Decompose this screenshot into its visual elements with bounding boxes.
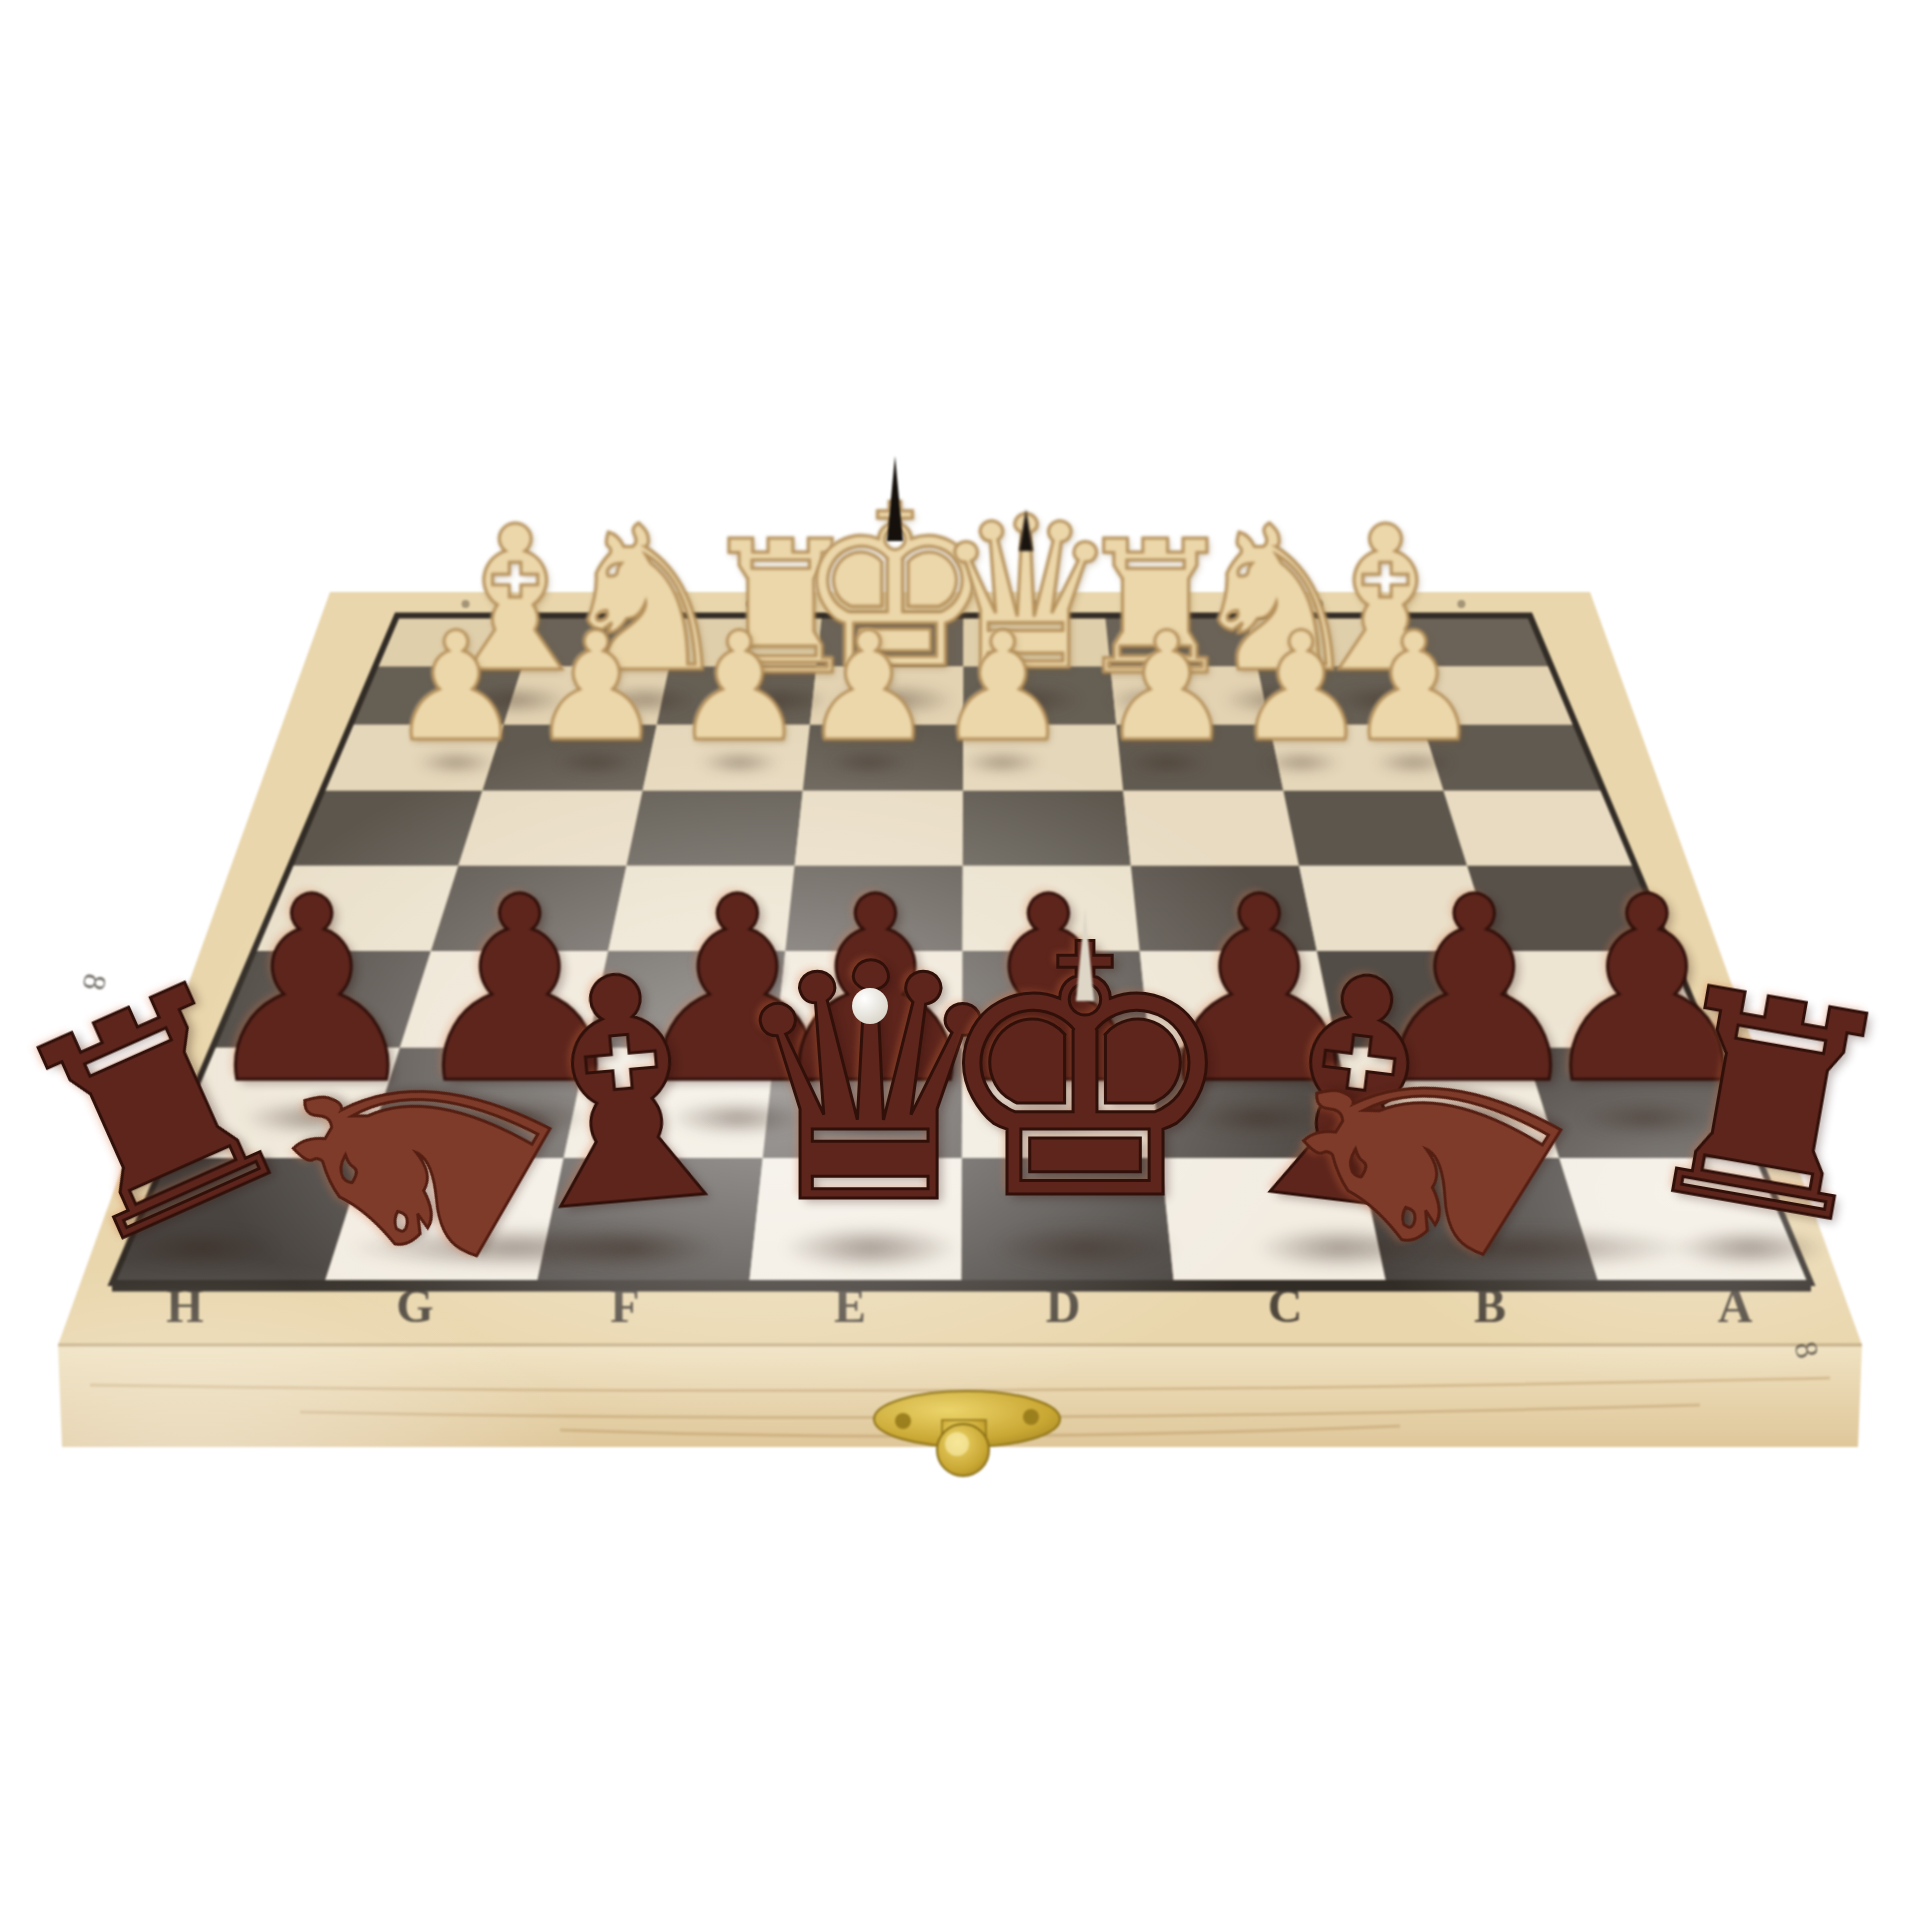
photo-stage: HGFEDCBA88 ♝♞♜♚♛♜♞♝♟♟♟♟♟♟♟♟♟♟♟♟♟♟♟♟♜♞♝♛♚…	[0, 0, 1920, 1920]
piece-black-rook-a8[interactable]: ♜	[1618, 945, 1919, 1270]
piece-white-pawn-d2[interactable]: ♟	[935, 612, 1069, 762]
piece-white-pawn-g2[interactable]: ♟	[529, 612, 663, 762]
clasp-screw-left	[895, 1413, 911, 1429]
file-label-D: D	[1046, 1279, 1081, 1332]
file-label-A: A	[1718, 1279, 1753, 1332]
finial-white-ball	[852, 988, 888, 1024]
finial-black-tip	[1019, 509, 1033, 551]
clasp-screw-right	[1023, 1409, 1039, 1425]
piece-white-pawn-e2[interactable]: ♟	[801, 612, 935, 762]
clasp-knob-highlight	[945, 1432, 969, 1456]
piece-white-pawn-h2[interactable]: ♟	[389, 612, 523, 762]
piece-white-pawn-f2[interactable]: ♟	[672, 612, 806, 762]
finial-black-spike	[887, 456, 903, 541]
file-label-E: E	[834, 1279, 866, 1332]
file-label-C: C	[1268, 1279, 1303, 1332]
finial-white-spike	[1076, 908, 1094, 1001]
file-label-F: F	[610, 1279, 639, 1332]
piece-white-pawn-c2[interactable]: ♟	[1100, 612, 1234, 762]
piece-white-pawn-a2[interactable]: ♟	[1347, 612, 1481, 762]
